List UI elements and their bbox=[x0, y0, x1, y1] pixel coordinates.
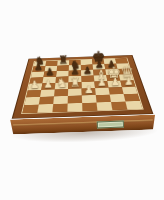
box-seam-line bbox=[13, 120, 152, 127]
square-b5 bbox=[42, 77, 56, 84]
square-h1 bbox=[125, 101, 142, 110]
square-c1 bbox=[52, 104, 67, 113]
square-b3 bbox=[40, 89, 55, 97]
square-h7 bbox=[116, 63, 129, 69]
square-b1 bbox=[37, 104, 53, 113]
square-f4: ♟ bbox=[94, 81, 108, 88]
piece-light-pawn: ♟ bbox=[84, 84, 94, 95]
square-d6: ♟ bbox=[69, 70, 82, 76]
square-e1 bbox=[82, 103, 97, 112]
piece-dark-rook: ♜ bbox=[58, 54, 68, 65]
chess-set-scene: ♞♜♚♟♞♟♟♟♟♟♝♚♛♟♟♞♜♟♟♟♟ bbox=[0, 0, 164, 200]
brand-plaque bbox=[97, 121, 124, 129]
piece-dark-knight: ♞ bbox=[34, 55, 44, 66]
piece-dark-king: ♚ bbox=[91, 49, 105, 64]
square-b4: ♟ bbox=[41, 83, 55, 90]
product-image: ♞♜♚♟♞♟♟♟♟♟♝♚♛♟♟♞♜♟♟♟♟ bbox=[0, 0, 164, 200]
square-d1 bbox=[67, 103, 82, 112]
board-frame: ♞♜♚♟♞♟♟♟♟♟♝♚♛♟♟♞♜♟♟♟♟ bbox=[12, 55, 154, 119]
board-grid: ♞♜♚♟♞♟♟♟♟♟♝♚♛♟♟♞♜♟♟♟♟ bbox=[21, 58, 144, 114]
square-c5 bbox=[55, 76, 68, 83]
square-e3: ♟ bbox=[82, 88, 96, 95]
square-f1 bbox=[97, 102, 113, 111]
square-b2 bbox=[39, 96, 54, 104]
square-a4: ♟ bbox=[28, 83, 43, 90]
square-g4: ♟ bbox=[107, 81, 122, 88]
square-d4: ♜ bbox=[68, 82, 81, 89]
square-a1 bbox=[22, 105, 38, 114]
square-h2 bbox=[124, 94, 140, 102]
